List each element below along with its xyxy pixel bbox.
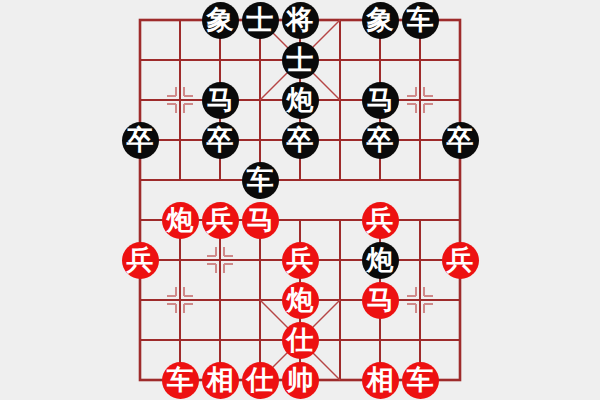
piece-red-cannon[interactable]: 炮 — [282, 282, 319, 319]
piece-glyph: 炮 — [287, 286, 314, 313]
piece-glyph: 象 — [207, 6, 234, 33]
piece-glyph: 马 — [367, 86, 394, 113]
piece-red-soldier[interactable]: 兵 — [122, 242, 159, 279]
piece-red-advisor[interactable]: 仕 — [282, 322, 319, 359]
piece-glyph: 帅 — [287, 366, 314, 393]
piece-glyph: 兵 — [207, 206, 234, 233]
piece-glyph: 炮 — [167, 206, 194, 233]
piece-black-horse[interactable]: 马 — [362, 82, 399, 119]
piece-red-soldier[interactable]: 兵 — [362, 202, 399, 239]
piece-glyph: 仕 — [287, 326, 314, 353]
piece-red-horse[interactable]: 马 — [362, 282, 399, 319]
xiangqi-diagram: 象士将象车士马炮马卒卒卒卒卒车炮炮兵马兵兵兵兵炮马仕车相仕帅相车 — [0, 0, 600, 400]
piece-red-soldier[interactable]: 兵 — [442, 242, 479, 279]
piece-glyph: 相 — [367, 366, 394, 393]
piece-glyph: 炮 — [287, 86, 314, 113]
piece-black-king[interactable]: 将 — [282, 2, 319, 39]
piece-glyph: 马 — [247, 206, 274, 233]
piece-glyph: 马 — [207, 86, 234, 113]
piece-red-elephant[interactable]: 相 — [202, 362, 239, 399]
piece-glyph: 车 — [247, 166, 274, 193]
piece-glyph: 卒 — [367, 126, 394, 153]
piece-glyph: 兵 — [127, 246, 154, 273]
piece-glyph: 象 — [367, 6, 394, 33]
piece-glyph: 炮 — [367, 246, 394, 273]
piece-black-chariot[interactable]: 车 — [242, 162, 279, 199]
piece-glyph: 卒 — [207, 126, 234, 153]
piece-glyph: 车 — [407, 6, 434, 33]
piece-glyph: 相 — [207, 366, 234, 393]
piece-glyph: 车 — [407, 366, 434, 393]
piece-red-soldier[interactable]: 兵 — [282, 242, 319, 279]
piece-black-advisor[interactable]: 士 — [282, 42, 319, 79]
piece-glyph: 卒 — [127, 126, 154, 153]
piece-red-chariot[interactable]: 车 — [402, 362, 439, 399]
piece-glyph: 士 — [247, 6, 274, 33]
piece-glyph: 兵 — [447, 246, 474, 273]
piece-glyph: 兵 — [287, 246, 314, 273]
piece-black-chariot[interactable]: 车 — [402, 2, 439, 39]
piece-black-elephant[interactable]: 象 — [362, 2, 399, 39]
piece-glyph: 卒 — [287, 126, 314, 153]
piece-black-soldier[interactable]: 卒 — [442, 122, 479, 159]
piece-red-elephant[interactable]: 相 — [362, 362, 399, 399]
piece-glyph: 士 — [287, 46, 314, 73]
piece-black-horse[interactable]: 马 — [202, 82, 239, 119]
piece-glyph: 仕 — [247, 366, 274, 393]
piece-black-advisor[interactable]: 士 — [242, 2, 279, 39]
piece-black-cannon[interactable]: 炮 — [282, 82, 319, 119]
piece-glyph: 车 — [167, 366, 194, 393]
pieces-grid: 象士将象车士马炮马卒卒卒卒卒车炮炮兵马兵兵兵兵炮马仕车相仕帅相车 — [120, 0, 480, 400]
piece-red-chariot[interactable]: 车 — [162, 362, 199, 399]
piece-glyph: 卒 — [447, 126, 474, 153]
piece-red-king[interactable]: 帅 — [282, 362, 319, 399]
piece-glyph: 马 — [367, 286, 394, 313]
piece-red-soldier[interactable]: 兵 — [202, 202, 239, 239]
piece-black-elephant[interactable]: 象 — [202, 2, 239, 39]
piece-black-soldier[interactable]: 卒 — [362, 122, 399, 159]
piece-black-cannon[interactable]: 炮 — [362, 242, 399, 279]
piece-black-soldier[interactable]: 卒 — [202, 122, 239, 159]
piece-red-cannon[interactable]: 炮 — [162, 202, 199, 239]
piece-glyph: 兵 — [367, 206, 394, 233]
piece-black-soldier[interactable]: 卒 — [122, 122, 159, 159]
piece-red-horse[interactable]: 马 — [242, 202, 279, 239]
piece-glyph: 将 — [287, 6, 314, 33]
piece-black-soldier[interactable]: 卒 — [282, 122, 319, 159]
piece-red-advisor[interactable]: 仕 — [242, 362, 279, 399]
